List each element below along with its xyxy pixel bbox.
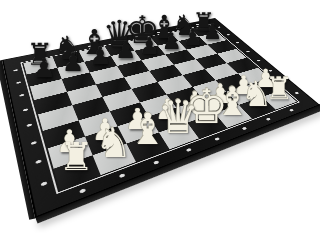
- frame-rivet-dot: [280, 80, 285, 82]
- frame-rivet-dot: [80, 188, 87, 193]
- frame-rivet-dot: [256, 60, 260, 62]
- frame-rivet-dot: [13, 69, 18, 72]
- frame-rivet-dot: [266, 117, 271, 120]
- frame-rivet-dot: [30, 141, 36, 145]
- frame-rivet-dot: [88, 45, 92, 47]
- frame-rivet-dot: [19, 94, 24, 97]
- frame-rivet-dot: [226, 34, 230, 36]
- frame-rivet-dot: [62, 50, 66, 52]
- frame-rivet-dot: [288, 109, 293, 112]
- frame-rivet-dot: [217, 26, 221, 28]
- frame-rivet-dot: [34, 160, 40, 165]
- frame-rivet-dot: [268, 70, 272, 72]
- frame-rivet-dot: [185, 148, 191, 152]
- frame-rivet-dot: [235, 42, 239, 44]
- frame-rivet-dot: [153, 160, 159, 165]
- frame-rivet-dot: [156, 31, 160, 33]
- product-photo-chess-set: ♜♞♝♛♚♝♞♜♟♟♟♟♟♟♟♟♟♟♟♟♟♟♟♟♜♞♝♛♚♝♞♜: [0, 0, 320, 233]
- frame-rivet-dot: [195, 24, 199, 26]
- frame-rivet-dot: [135, 36, 139, 38]
- frame-rivet-dot: [22, 108, 27, 111]
- frame-rivet-dot: [294, 92, 299, 95]
- frame-rivet-dot: [118, 173, 124, 178]
- frame-rivet-dot: [176, 27, 180, 29]
- frame-rivet-dot: [112, 40, 116, 42]
- frame-rivet-dot: [15, 81, 20, 84]
- board-frame: [2, 18, 320, 218]
- frame-rivet-dot: [245, 51, 249, 53]
- frame-rivet-dot: [214, 137, 220, 141]
- frame-rivet-dot: [241, 126, 247, 130]
- frame-rivet-dot: [35, 56, 39, 58]
- frame-rivet-dot: [26, 124, 32, 128]
- frame-rivet-dot: [40, 181, 47, 186]
